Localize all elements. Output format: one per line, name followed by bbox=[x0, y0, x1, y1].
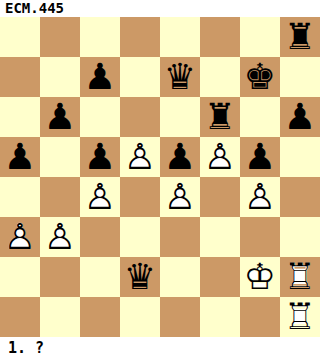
square-g8[interactable] bbox=[240, 17, 280, 57]
piece-white-pawn[interactable]: ♟♙ bbox=[40, 217, 80, 257]
square-c1[interactable] bbox=[80, 297, 120, 337]
piece-glyph: ♚ bbox=[244, 57, 276, 97]
piece-black-pawn[interactable]: ♟ bbox=[80, 137, 120, 177]
piece-glyph: ♟ bbox=[84, 57, 116, 97]
piece-outline-layer: ♙ bbox=[124, 137, 156, 177]
square-e4[interactable]: ♟♙ bbox=[160, 177, 200, 217]
square-a2[interactable] bbox=[0, 257, 40, 297]
piece-outline-layer: ♙ bbox=[4, 217, 36, 257]
square-c4[interactable]: ♟♙ bbox=[80, 177, 120, 217]
square-c8[interactable] bbox=[80, 17, 120, 57]
piece-outline-layer: ♙ bbox=[204, 137, 236, 177]
piece-black-pawn[interactable]: ♟ bbox=[280, 97, 320, 137]
chess-puzzle-viewer: ECM.445 ♜♟♛♚♟♜♟♟♟♟♙♟♟♙♟♟♙♟♙♟♙♟♙♟♙♛♚♔♜♖♜♖… bbox=[0, 0, 320, 360]
square-g7[interactable]: ♚ bbox=[240, 57, 280, 97]
square-b8[interactable] bbox=[40, 17, 80, 57]
square-e8[interactable] bbox=[160, 17, 200, 57]
square-h3[interactable] bbox=[280, 217, 320, 257]
square-f3[interactable] bbox=[200, 217, 240, 257]
square-a8[interactable] bbox=[0, 17, 40, 57]
piece-black-pawn[interactable]: ♟ bbox=[240, 137, 280, 177]
square-e7[interactable]: ♛ bbox=[160, 57, 200, 97]
piece-black-pawn[interactable]: ♟ bbox=[40, 97, 80, 137]
chess-board: ♜♟♛♚♟♜♟♟♟♟♙♟♟♙♟♟♙♟♙♟♙♟♙♟♙♛♚♔♜♖♜♖ bbox=[0, 17, 320, 337]
square-d6[interactable] bbox=[120, 97, 160, 137]
square-a4[interactable] bbox=[0, 177, 40, 217]
piece-glyph: ♟ bbox=[164, 137, 196, 177]
piece-black-queen[interactable]: ♛ bbox=[120, 257, 160, 297]
square-g2[interactable]: ♚♔ bbox=[240, 257, 280, 297]
square-b1[interactable] bbox=[40, 297, 80, 337]
piece-glyph: ♜ bbox=[204, 97, 236, 137]
square-c3[interactable] bbox=[80, 217, 120, 257]
square-a7[interactable] bbox=[0, 57, 40, 97]
square-e5[interactable]: ♟ bbox=[160, 137, 200, 177]
square-h4[interactable] bbox=[280, 177, 320, 217]
piece-black-rook[interactable]: ♜ bbox=[280, 17, 320, 57]
square-b3[interactable]: ♟♙ bbox=[40, 217, 80, 257]
square-h5[interactable] bbox=[280, 137, 320, 177]
square-h2[interactable]: ♜♖ bbox=[280, 257, 320, 297]
piece-glyph: ♟ bbox=[4, 137, 36, 177]
square-d1[interactable] bbox=[120, 297, 160, 337]
square-f1[interactable] bbox=[200, 297, 240, 337]
piece-glyph: ♛ bbox=[164, 57, 196, 97]
square-d3[interactable] bbox=[120, 217, 160, 257]
square-f5[interactable]: ♟♙ bbox=[200, 137, 240, 177]
square-g5[interactable]: ♟ bbox=[240, 137, 280, 177]
square-c5[interactable]: ♟ bbox=[80, 137, 120, 177]
square-h7[interactable] bbox=[280, 57, 320, 97]
square-a1[interactable] bbox=[0, 297, 40, 337]
piece-black-pawn[interactable]: ♟ bbox=[0, 137, 40, 177]
square-d7[interactable] bbox=[120, 57, 160, 97]
piece-white-pawn[interactable]: ♟♙ bbox=[160, 177, 200, 217]
square-h8[interactable]: ♜ bbox=[280, 17, 320, 57]
square-c6[interactable] bbox=[80, 97, 120, 137]
square-h6[interactable]: ♟ bbox=[280, 97, 320, 137]
square-b7[interactable] bbox=[40, 57, 80, 97]
square-b2[interactable] bbox=[40, 257, 80, 297]
square-d2[interactable]: ♛ bbox=[120, 257, 160, 297]
square-h1[interactable]: ♜♖ bbox=[280, 297, 320, 337]
square-g3[interactable] bbox=[240, 217, 280, 257]
square-e1[interactable] bbox=[160, 297, 200, 337]
piece-white-pawn[interactable]: ♟♙ bbox=[120, 137, 160, 177]
square-a3[interactable]: ♟♙ bbox=[0, 217, 40, 257]
piece-white-pawn[interactable]: ♟♙ bbox=[200, 137, 240, 177]
square-e3[interactable] bbox=[160, 217, 200, 257]
piece-outline-layer: ♙ bbox=[244, 177, 276, 217]
piece-outline-layer: ♙ bbox=[164, 177, 196, 217]
square-f6[interactable]: ♜ bbox=[200, 97, 240, 137]
move-prompt: 1. ? bbox=[0, 337, 320, 360]
square-f2[interactable] bbox=[200, 257, 240, 297]
piece-white-king[interactable]: ♚♔ bbox=[240, 257, 280, 297]
square-b6[interactable]: ♟ bbox=[40, 97, 80, 137]
square-f8[interactable] bbox=[200, 17, 240, 57]
piece-outline-layer: ♔ bbox=[244, 257, 276, 297]
square-e6[interactable] bbox=[160, 97, 200, 137]
piece-white-pawn[interactable]: ♟♙ bbox=[240, 177, 280, 217]
piece-white-pawn[interactable]: ♟♙ bbox=[0, 217, 40, 257]
piece-glyph: ♟ bbox=[284, 97, 316, 137]
piece-glyph: ♜ bbox=[284, 17, 316, 57]
square-f4[interactable] bbox=[200, 177, 240, 217]
square-c7[interactable]: ♟ bbox=[80, 57, 120, 97]
square-g6[interactable] bbox=[240, 97, 280, 137]
square-d8[interactable] bbox=[120, 17, 160, 57]
square-a5[interactable]: ♟ bbox=[0, 137, 40, 177]
piece-white-rook[interactable]: ♜♖ bbox=[280, 257, 320, 297]
square-d5[interactable]: ♟♙ bbox=[120, 137, 160, 177]
square-b4[interactable] bbox=[40, 177, 80, 217]
piece-glyph: ♛ bbox=[124, 257, 156, 297]
piece-outline-layer: ♖ bbox=[284, 257, 316, 297]
square-g1[interactable] bbox=[240, 297, 280, 337]
piece-outline-layer: ♙ bbox=[44, 217, 76, 257]
piece-glyph: ♟ bbox=[44, 97, 76, 137]
puzzle-title: ECM.445 bbox=[0, 0, 320, 17]
square-g4[interactable]: ♟♙ bbox=[240, 177, 280, 217]
square-b5[interactable] bbox=[40, 137, 80, 177]
piece-black-pawn[interactable]: ♟ bbox=[80, 57, 120, 97]
piece-glyph: ♟ bbox=[84, 137, 116, 177]
piece-outline-layer: ♙ bbox=[84, 177, 116, 217]
square-e2[interactable] bbox=[160, 257, 200, 297]
piece-black-rook[interactable]: ♜ bbox=[200, 97, 240, 137]
square-d4[interactable] bbox=[120, 177, 160, 217]
piece-black-queen[interactable]: ♛ bbox=[160, 57, 200, 97]
square-f7[interactable] bbox=[200, 57, 240, 97]
square-a6[interactable] bbox=[0, 97, 40, 137]
piece-glyph: ♟ bbox=[244, 137, 276, 177]
piece-black-pawn[interactable]: ♟ bbox=[160, 137, 200, 177]
piece-black-king[interactable]: ♚ bbox=[240, 57, 280, 97]
piece-outline-layer: ♖ bbox=[284, 297, 316, 337]
piece-white-pawn[interactable]: ♟♙ bbox=[80, 177, 120, 217]
piece-white-rook[interactable]: ♜♖ bbox=[280, 297, 320, 337]
square-c2[interactable] bbox=[80, 257, 120, 297]
